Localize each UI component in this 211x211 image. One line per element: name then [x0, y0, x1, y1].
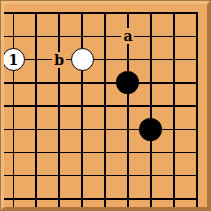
intersection-P18 [94, 25, 117, 48]
intersection-N13 [48, 141, 71, 164]
intersection-N19 [48, 2, 71, 25]
intersection-N11 [48, 187, 71, 210]
intersection-M11 [25, 187, 48, 210]
intersection-R14 [139, 118, 162, 141]
intersection-R15 [139, 94, 162, 117]
intersection-Q13 [116, 141, 139, 164]
intersection-S18 [162, 25, 185, 48]
intersection-R12 [139, 164, 162, 187]
intersection-L15 [2, 94, 25, 117]
intersection-P19 [94, 2, 117, 25]
move-number: 1 [8, 52, 18, 66]
intersection-L19 [2, 2, 25, 25]
intersection-R16 [139, 71, 162, 94]
intersection-Q12 [116, 164, 139, 187]
intersection-P16 [94, 71, 117, 94]
intersection-R13 [139, 141, 162, 164]
black-stone-R14 [139, 118, 162, 141]
intersection-M12 [25, 164, 48, 187]
intersection-M16 [25, 71, 48, 94]
intersection-L11 [2, 187, 25, 210]
intersection-T19 [185, 2, 208, 25]
intersection-T14 [185, 118, 208, 141]
go-board: a1b [1, 1, 210, 210]
intersection-N16 [48, 71, 71, 94]
intersection-T13 [185, 141, 208, 164]
intersection-O18 [71, 25, 94, 48]
intersection-S13 [162, 141, 185, 164]
intersection-R11 [139, 187, 162, 210]
point-label-b: b [52, 52, 66, 68]
intersection-M13 [25, 141, 48, 164]
intersections-grid: a1b [2, 2, 208, 210]
intersection-Q18: a [116, 25, 139, 48]
intersection-O14 [71, 118, 94, 141]
intersection-M19 [25, 2, 48, 25]
intersection-O16 [71, 71, 94, 94]
intersection-M18 [25, 25, 48, 48]
intersection-T11 [185, 187, 208, 210]
intersection-S12 [162, 164, 185, 187]
intersection-O15 [71, 94, 94, 117]
intersection-P17 [94, 48, 117, 71]
point-label-a: a [121, 28, 134, 44]
intersection-R19 [139, 2, 162, 25]
intersection-P11 [94, 187, 117, 210]
black-stone-Q16 [116, 71, 139, 94]
intersection-Q16 [116, 71, 139, 94]
white-stone-O17 [71, 48, 94, 71]
intersection-L13 [2, 141, 25, 164]
intersection-R18 [139, 25, 162, 48]
intersection-S14 [162, 118, 185, 141]
intersection-L14 [2, 118, 25, 141]
intersection-Q11 [116, 187, 139, 210]
intersection-S17 [162, 48, 185, 71]
intersection-S11 [162, 187, 185, 210]
intersection-N17: b [48, 48, 71, 71]
intersection-Q17 [116, 48, 139, 71]
intersection-N15 [48, 94, 71, 117]
intersection-L18 [2, 25, 25, 48]
go-diagram: a1b [0, 0, 211, 211]
intersection-P14 [94, 118, 117, 141]
intersection-N14 [48, 118, 71, 141]
intersection-O19 [71, 2, 94, 25]
intersection-S15 [162, 94, 185, 117]
intersection-N12 [48, 164, 71, 187]
intersection-T15 [185, 94, 208, 117]
intersection-O11 [71, 187, 94, 210]
intersection-L17: 1 [2, 48, 25, 71]
intersection-P12 [94, 164, 117, 187]
intersection-P13 [94, 141, 117, 164]
intersection-S19 [162, 2, 185, 25]
intersection-M17 [25, 48, 48, 71]
intersection-T18 [185, 25, 208, 48]
intersection-R17 [139, 48, 162, 71]
intersection-M14 [25, 118, 48, 141]
white-stone-L17: 1 [2, 48, 25, 71]
intersection-T12 [185, 164, 208, 187]
intersection-O13 [71, 141, 94, 164]
intersection-L16 [2, 71, 25, 94]
intersection-S16 [162, 71, 185, 94]
intersection-N18 [48, 25, 71, 48]
intersection-Q19 [116, 2, 139, 25]
intersection-O12 [71, 164, 94, 187]
intersection-T16 [185, 71, 208, 94]
intersection-M15 [25, 94, 48, 117]
intersection-P15 [94, 94, 117, 117]
intersection-Q14 [116, 118, 139, 141]
intersection-Q15 [116, 94, 139, 117]
intersection-T17 [185, 48, 208, 71]
intersection-L12 [2, 164, 25, 187]
intersection-O17 [71, 48, 94, 71]
